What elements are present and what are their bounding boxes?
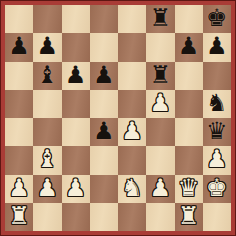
square-b5[interactable] [33,90,61,118]
square-g3[interactable] [175,146,203,174]
black-pawn[interactable]: ♟ [93,119,115,143]
black-pawn[interactable]: ♟ [65,63,87,87]
square-f8[interactable]: ♜ [146,5,174,33]
square-a7[interactable]: ♟ [5,33,33,61]
square-g7[interactable]: ♟ [175,33,203,61]
white-king[interactable]: ♚ [206,176,228,200]
square-a8[interactable] [5,5,33,33]
square-c7[interactable] [62,33,90,61]
square-h3[interactable]: ♟ [203,146,231,174]
square-e6[interactable] [118,62,146,90]
square-f6[interactable]: ♜ [146,62,174,90]
square-d5[interactable] [90,90,118,118]
square-g8[interactable] [175,5,203,33]
square-a6[interactable] [5,62,33,90]
square-c2[interactable]: ♟ [62,175,90,203]
square-d1[interactable] [90,203,118,231]
square-c4[interactable] [62,118,90,146]
square-e1[interactable] [118,203,146,231]
square-a2[interactable]: ♟ [5,175,33,203]
white-pawn[interactable]: ♟ [121,119,143,143]
square-g4[interactable] [175,118,203,146]
square-h4[interactable]: ♛ [203,118,231,146]
square-b2[interactable]: ♟ [33,175,61,203]
square-d3[interactable] [90,146,118,174]
white-pawn[interactable]: ♟ [65,176,87,200]
square-f5[interactable]: ♟ [146,90,174,118]
square-d4[interactable]: ♟ [90,118,118,146]
square-b8[interactable] [33,5,61,33]
square-e3[interactable] [118,146,146,174]
square-b7[interactable]: ♟ [33,33,61,61]
square-h7[interactable]: ♟ [203,33,231,61]
square-d6[interactable]: ♟ [90,62,118,90]
black-pawn[interactable]: ♟ [8,34,30,58]
square-c8[interactable] [62,5,90,33]
black-bishop[interactable]: ♝ [37,63,59,87]
square-h6[interactable] [203,62,231,90]
square-d7[interactable] [90,33,118,61]
square-a4[interactable] [5,118,33,146]
square-h8[interactable]: ♚ [203,5,231,33]
square-b4[interactable] [33,118,61,146]
square-f4[interactable] [146,118,174,146]
white-pawn[interactable]: ♟ [150,91,172,115]
chess-board: ♜♚♟♟♟♟♝♟♟♜♟♞♟♟♛♝♟♟♟♟♞♟♛♚♜♜ [5,5,231,231]
black-rook[interactable]: ♜ [150,63,172,87]
square-b3[interactable]: ♝ [33,146,61,174]
black-pawn[interactable]: ♟ [206,34,228,58]
black-rook[interactable]: ♜ [150,6,172,30]
white-bishop[interactable]: ♝ [37,147,59,171]
square-h5[interactable]: ♞ [203,90,231,118]
square-c5[interactable] [62,90,90,118]
square-f3[interactable] [146,146,174,174]
square-e4[interactable]: ♟ [118,118,146,146]
white-pawn[interactable]: ♟ [150,176,172,200]
black-queen[interactable]: ♛ [206,119,228,143]
square-g6[interactable] [175,62,203,90]
white-pawn[interactable]: ♟ [206,147,228,171]
black-knight[interactable]: ♞ [206,91,228,115]
square-f2[interactable]: ♟ [146,175,174,203]
black-pawn[interactable]: ♟ [178,34,200,58]
white-pawn[interactable]: ♟ [8,176,30,200]
white-rook[interactable]: ♜ [178,204,200,228]
square-a5[interactable] [5,90,33,118]
white-rook[interactable]: ♜ [8,204,30,228]
board-frame: ♜♚♟♟♟♟♝♟♟♜♟♞♟♟♛♝♟♟♟♟♞♟♛♚♜♜ [0,0,236,236]
square-d2[interactable] [90,175,118,203]
square-f1[interactable] [146,203,174,231]
black-pawn[interactable]: ♟ [93,63,115,87]
black-king[interactable]: ♚ [206,6,228,30]
square-d8[interactable] [90,5,118,33]
square-g1[interactable]: ♜ [175,203,203,231]
square-h2[interactable]: ♚ [203,175,231,203]
white-queen[interactable]: ♛ [178,176,200,200]
square-g5[interactable] [175,90,203,118]
square-a1[interactable]: ♜ [5,203,33,231]
square-h1[interactable] [203,203,231,231]
square-b6[interactable]: ♝ [33,62,61,90]
white-knight[interactable]: ♞ [121,176,143,200]
square-a3[interactable] [5,146,33,174]
square-c3[interactable] [62,146,90,174]
square-e7[interactable] [118,33,146,61]
square-f7[interactable] [146,33,174,61]
square-b1[interactable] [33,203,61,231]
square-c6[interactable]: ♟ [62,62,90,90]
black-pawn[interactable]: ♟ [37,34,59,58]
white-pawn[interactable]: ♟ [37,176,59,200]
square-e8[interactable] [118,5,146,33]
square-e2[interactable]: ♞ [118,175,146,203]
square-e5[interactable] [118,90,146,118]
square-c1[interactable] [62,203,90,231]
square-g2[interactable]: ♛ [175,175,203,203]
